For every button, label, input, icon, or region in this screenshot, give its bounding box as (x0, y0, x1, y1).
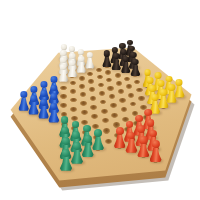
peg-head (168, 84, 175, 91)
peg-head (121, 49, 127, 55)
peg-head (20, 91, 27, 98)
peg-head (61, 127, 69, 135)
peg-head (73, 142, 81, 150)
peg-head (144, 109, 152, 116)
peg-head (50, 103, 58, 110)
peg-head (127, 132, 135, 140)
peg-body (76, 61, 85, 72)
peg-green[interactable] (92, 129, 104, 150)
peg-head (94, 129, 102, 137)
peg-body (60, 156, 72, 171)
peg-white[interactable] (58, 64, 68, 82)
peg-head (60, 57, 67, 63)
peg-head (132, 59, 139, 65)
peg-green[interactable] (60, 149, 72, 171)
peg-head (151, 140, 159, 148)
peg-blue[interactable] (48, 103, 59, 123)
peg-head (127, 40, 133, 46)
peg-body (131, 65, 141, 76)
peg-head (137, 125, 145, 133)
peg-head (78, 56, 85, 62)
peg-head (30, 95, 37, 102)
peg-head (60, 50, 66, 56)
peg-head (113, 53, 119, 59)
peg-head (50, 85, 57, 92)
peg-head (157, 80, 164, 87)
peg-head (61, 137, 69, 145)
peg-head (69, 60, 76, 66)
peg-head (149, 85, 156, 92)
peg-head (176, 79, 183, 86)
peg-black[interactable] (111, 53, 120, 70)
peg-black[interactable] (131, 59, 141, 76)
peg-head (155, 72, 162, 79)
peg-head (147, 119, 155, 126)
peg-head (151, 94, 158, 101)
peg-head (149, 130, 157, 138)
peg-head (128, 46, 134, 52)
peg-body (114, 134, 126, 148)
peg-head (69, 53, 75, 59)
peg-body (48, 109, 59, 122)
peg-body (85, 57, 94, 68)
peg-body (58, 70, 68, 82)
peg-head (160, 89, 167, 96)
peg-head (60, 44, 66, 50)
peg-head (50, 93, 57, 100)
peg-head (83, 125, 91, 133)
peg-head (146, 77, 153, 84)
peg-body (92, 136, 104, 150)
peg-head (84, 135, 92, 143)
peg-white[interactable] (85, 52, 94, 69)
peg-head (50, 76, 57, 83)
peg-body (150, 148, 162, 162)
peg-body (126, 139, 138, 153)
peg-body (82, 143, 94, 157)
peg-head (41, 81, 48, 88)
peg-body (102, 56, 111, 67)
pieces-layer (0, 0, 200, 200)
peg-white[interactable] (76, 56, 85, 73)
peg-head (72, 121, 80, 128)
peg-red[interactable] (126, 132, 138, 153)
peg-head (61, 116, 69, 123)
peg-red[interactable] (150, 140, 162, 162)
peg-head (144, 69, 151, 76)
peg-green[interactable] (82, 135, 94, 156)
peg-head (130, 52, 136, 58)
peg-head (40, 90, 47, 97)
peg-black[interactable] (121, 56, 131, 73)
peg-red[interactable] (137, 136, 149, 157)
peg-head (116, 127, 124, 135)
chinese-checkers-board-photo (0, 0, 200, 200)
peg-green[interactable] (71, 142, 83, 164)
peg-head (60, 64, 67, 70)
peg-body (121, 62, 131, 73)
peg-head (40, 99, 47, 106)
peg-head (139, 136, 147, 144)
peg-head (86, 52, 92, 58)
peg-head (126, 121, 134, 128)
peg-head (112, 47, 118, 53)
peg-body (137, 143, 149, 157)
peg-head (135, 115, 143, 122)
peg-head (122, 56, 129, 62)
peg-head (119, 43, 125, 49)
peg-head (72, 131, 80, 139)
peg-body (71, 149, 83, 163)
peg-head (165, 76, 172, 83)
peg-head (69, 46, 75, 52)
peg-head (62, 149, 70, 157)
peg-black[interactable] (102, 50, 111, 67)
peg-head (78, 49, 84, 55)
peg-head (104, 50, 110, 56)
peg-head (30, 86, 37, 93)
peg-body (68, 66, 78, 77)
peg-body (111, 59, 120, 70)
peg-red[interactable] (114, 127, 126, 148)
peg-white[interactable] (68, 60, 78, 77)
